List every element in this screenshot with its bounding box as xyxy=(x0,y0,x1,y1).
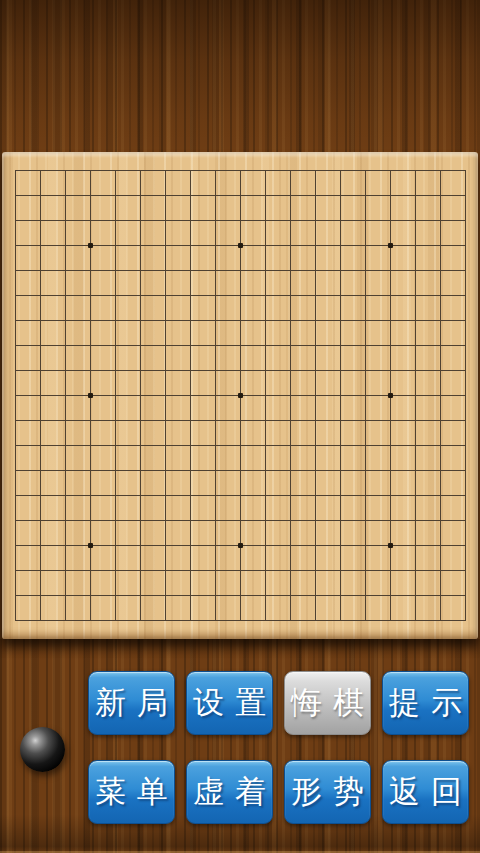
menu-button[interactable]: 菜单 xyxy=(88,760,175,824)
new-game-label: 新局 xyxy=(95,682,179,724)
star-point xyxy=(388,543,393,548)
hint-button[interactable]: 提示 xyxy=(382,671,469,735)
back-button[interactable]: 返回 xyxy=(382,760,469,824)
star-point xyxy=(88,543,93,548)
star-point xyxy=(238,543,243,548)
star-point xyxy=(88,243,93,248)
pass-label: 虚着 xyxy=(193,771,277,813)
situation-button[interactable]: 形势 xyxy=(284,760,371,824)
undo-label: 悔棋 xyxy=(291,682,375,724)
star-point xyxy=(88,393,93,398)
situation-label: 形势 xyxy=(291,771,375,813)
star-point xyxy=(388,393,393,398)
new-game-button[interactable]: 新局 xyxy=(88,671,175,735)
menu-label: 菜单 xyxy=(95,771,179,813)
hint-label: 提示 xyxy=(389,682,473,724)
black-turn-indicator-stone xyxy=(20,727,65,772)
settings-label: 设置 xyxy=(193,682,277,724)
board-grid[interactable] xyxy=(15,170,466,621)
undo-button[interactable]: 悔棋 xyxy=(284,671,371,735)
star-point xyxy=(238,243,243,248)
pass-button[interactable]: 虚着 xyxy=(186,760,273,824)
wood-frame-top xyxy=(0,0,480,152)
star-point xyxy=(388,243,393,248)
back-label: 返回 xyxy=(389,771,473,813)
settings-button[interactable]: 设置 xyxy=(186,671,273,735)
star-point xyxy=(238,393,243,398)
go-board[interactable] xyxy=(2,152,478,639)
